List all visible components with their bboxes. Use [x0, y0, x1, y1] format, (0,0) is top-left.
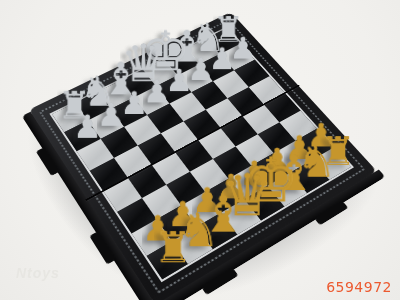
piece-silver-pawn: ♟	[73, 111, 102, 143]
board-surface: ♜♞♝♛♚♝♞♜♟♟♟♟♟♟♟♟♟♟♟♟♟♟♟♟♜♞♝♛♚♝♞♜	[28, 12, 377, 300]
product-photo: ♜♞♝♛♚♝♞♜♟♟♟♟♟♟♟♟♟♟♟♟♟♟♟♟♜♞♝♛♚♝♞♜ Ntoys 6…	[0, 0, 400, 300]
board-tilt-wrapper: ♜♞♝♛♚♝♞♜♟♟♟♟♟♟♟♟♟♟♟♟♟♟♟♟♜♞♝♛♚♝♞♜	[28, 12, 377, 300]
piece-gold-rook: ♜	[154, 227, 192, 269]
chess-board-frame: ♜♞♝♛♚♝♞♜♟♟♟♟♟♟♟♟♟♟♟♟♟♟♟♟♜♞♝♛♚♝♞♜	[28, 12, 377, 300]
sku-number: 6594972	[326, 279, 392, 295]
watermark: Ntoys	[16, 265, 60, 281]
